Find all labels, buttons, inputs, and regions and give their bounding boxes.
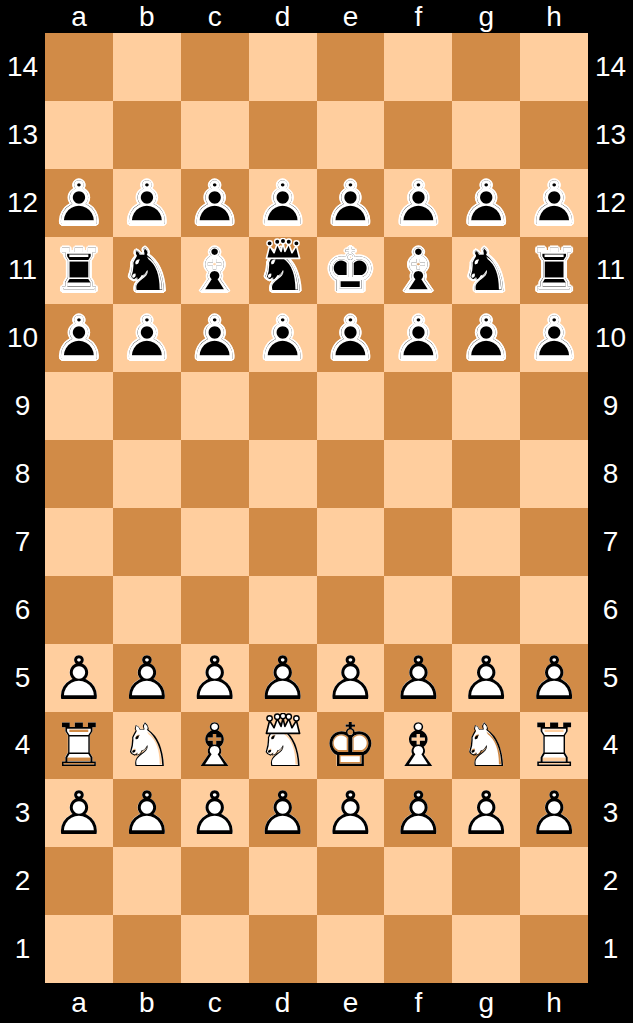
square-a12[interactable]: ♟♙	[45, 169, 113, 237]
piece-glyph-outline: ♙	[459, 783, 513, 843]
square-e1[interactable]	[317, 915, 385, 983]
square-e6[interactable]	[317, 576, 385, 644]
square-b14[interactable]	[113, 33, 181, 101]
piece-white-bishop: ♝♗	[391, 715, 445, 775]
piece-black-rook: ♜♖	[527, 240, 581, 300]
piece-white-pawn: ♟♙	[256, 648, 310, 708]
square-c10[interactable]: ♟♙	[181, 304, 249, 372]
piece-glyph-outline: ♙	[324, 173, 378, 233]
rank-label-left-3: 3	[0, 779, 45, 847]
piece-black-bishop: ♝♗	[188, 240, 242, 300]
piece-glyph-outline: ♘	[459, 240, 513, 300]
square-e2[interactable]	[317, 847, 385, 915]
square-b5[interactable]: ♟♙	[113, 644, 181, 712]
square-a11[interactable]: ♜♖	[45, 237, 113, 305]
file-label-bottom-a: a	[45, 983, 113, 1023]
rank-label-left-2: 2	[0, 847, 45, 915]
square-d7[interactable]	[249, 508, 317, 576]
piece-black-pawn: ♟♙	[188, 308, 242, 368]
file-label-bottom-e: e	[317, 983, 385, 1023]
square-f12[interactable]: ♟♙	[384, 169, 452, 237]
rank-label-left-14: 14	[0, 33, 45, 101]
square-c8[interactable]	[181, 440, 249, 508]
piece-white-pawn: ♟♙	[120, 783, 174, 843]
piece-glyph-outline: ♙	[391, 783, 445, 843]
rank-label-left-7: 7	[0, 508, 45, 576]
rank-label-left-4: 4	[0, 712, 45, 780]
piece-white-pawn: ♟♙	[52, 783, 106, 843]
rank-label-right-4: 4	[588, 712, 633, 780]
file-label-top-d: d	[249, 0, 317, 33]
square-e4[interactable]: ♚♔	[317, 712, 385, 780]
piece-white-king: ♚♔	[324, 715, 378, 775]
square-h5[interactable]: ♟♙	[520, 644, 588, 712]
square-g1[interactable]	[452, 915, 520, 983]
square-g3[interactable]: ♟♙	[452, 779, 520, 847]
square-f5[interactable]: ♟♙	[384, 644, 452, 712]
piece-glyph-outline: ♘	[256, 240, 310, 300]
square-h12[interactable]: ♟♙	[520, 169, 588, 237]
square-e9[interactable]	[317, 372, 385, 440]
piece-glyph-outline: ♖	[52, 240, 106, 300]
square-c7[interactable]	[181, 508, 249, 576]
piece-black-pawn: ♟♙	[120, 173, 174, 233]
piece-glyph-outline: ♙	[459, 308, 513, 368]
square-b4[interactable]: ♞♘	[113, 712, 181, 780]
piece-glyph-outline: ♖	[527, 240, 581, 300]
piece-white-pawn: ♟♙	[324, 648, 378, 708]
piece-glyph-outline: ♙	[120, 308, 174, 368]
square-h3[interactable]: ♟♙	[520, 779, 588, 847]
rank-label-right-11: 11	[588, 237, 633, 305]
piece-white-pawn: ♟♙	[527, 783, 581, 843]
square-e14[interactable]	[317, 33, 385, 101]
piece-glyph-outline: ♘	[459, 715, 513, 775]
square-a8[interactable]	[45, 440, 113, 508]
piece-white-rook: ♜♖	[52, 715, 106, 775]
square-f13[interactable]	[384, 101, 452, 169]
piece-black-pawn: ♟♙	[52, 308, 106, 368]
square-a13[interactable]	[45, 101, 113, 169]
square-c4[interactable]: ♝♗	[181, 712, 249, 780]
rank-label-right-2: 2	[588, 847, 633, 915]
piece-white-pawn: ♟♙	[459, 783, 513, 843]
piece-black-bishop: ♝♗	[391, 240, 445, 300]
piece-glyph-outline: ♙	[324, 648, 378, 708]
square-h7[interactable]	[520, 508, 588, 576]
rank-label-left-10: 10	[0, 304, 45, 372]
rank-label-right-8: 8	[588, 440, 633, 508]
square-d3[interactable]: ♟♙	[249, 779, 317, 847]
piece-glyph-outline: ♙	[120, 173, 174, 233]
piece-glyph-outline: ♙	[391, 308, 445, 368]
square-f8[interactable]	[384, 440, 452, 508]
square-b7[interactable]	[113, 508, 181, 576]
square-g4[interactable]: ♞♘	[452, 712, 520, 780]
square-e11[interactable]: ♚♔	[317, 237, 385, 305]
piece-glyph-outline: ♗	[188, 240, 242, 300]
square-h2[interactable]	[520, 847, 588, 915]
rank-label-right-6: 6	[588, 576, 633, 644]
rank-label-right-1: 1	[588, 915, 633, 983]
piece-black-pawn: ♟♙	[188, 173, 242, 233]
square-a10[interactable]: ♟♙	[45, 304, 113, 372]
chess-diagram: abcdefgh abcdefgh 1413121110987654321 14…	[0, 0, 633, 1023]
square-c12[interactable]: ♟♙	[181, 169, 249, 237]
piece-black-pawn: ♟♙	[459, 173, 513, 233]
piece-black-king: ♚♔	[324, 240, 378, 300]
square-f10[interactable]: ♟♙	[384, 304, 452, 372]
piece-glyph-outline: ♔	[324, 715, 378, 775]
piece-black-pawn: ♟♙	[324, 173, 378, 233]
square-e10[interactable]: ♟♙	[317, 304, 385, 372]
square-c5[interactable]: ♟♙	[181, 644, 249, 712]
file-labels-bottom: abcdefgh	[45, 983, 588, 1023]
square-g6[interactable]	[452, 576, 520, 644]
piece-white-pawn: ♟♙	[324, 783, 378, 843]
piece-white-pawn: ♟♙	[391, 648, 445, 708]
piece-glyph-outline: ♙	[391, 173, 445, 233]
piece-white-pawn: ♟♙	[52, 648, 106, 708]
piece-white-pawn: ♟♙	[188, 648, 242, 708]
piece-black-pawn: ♟♙	[256, 308, 310, 368]
piece-glyph-outline: ♙	[256, 308, 310, 368]
square-d4[interactable]: ♞♘	[249, 712, 317, 780]
piece-glyph-outline: ♙	[256, 173, 310, 233]
square-h10[interactable]: ♟♙	[520, 304, 588, 372]
piece-glyph-outline: ♙	[120, 783, 174, 843]
piece-white-pawn: ♟♙	[120, 648, 174, 708]
square-g11[interactable]: ♞♘	[452, 237, 520, 305]
rank-label-right-9: 9	[588, 372, 633, 440]
square-d5[interactable]: ♟♙	[249, 644, 317, 712]
square-b3[interactable]: ♟♙	[113, 779, 181, 847]
piece-glyph-outline: ♙	[52, 308, 106, 368]
square-h6[interactable]	[520, 576, 588, 644]
rank-labels-right: 1413121110987654321	[588, 33, 633, 983]
square-f4[interactable]: ♝♗	[384, 712, 452, 780]
square-a5[interactable]: ♟♙	[45, 644, 113, 712]
square-a6[interactable]	[45, 576, 113, 644]
rank-labels-left: 1413121110987654321	[0, 33, 45, 983]
file-label-top-c: c	[181, 0, 249, 33]
square-f2[interactable]	[384, 847, 452, 915]
file-labels-top: abcdefgh	[45, 0, 588, 33]
square-c14[interactable]	[181, 33, 249, 101]
square-b12[interactable]: ♟♙	[113, 169, 181, 237]
square-b6[interactable]	[113, 576, 181, 644]
square-f6[interactable]	[384, 576, 452, 644]
piece-black-pawn: ♟♙	[256, 173, 310, 233]
square-b2[interactable]	[113, 847, 181, 915]
square-c9[interactable]	[181, 372, 249, 440]
rank-label-right-12: 12	[588, 169, 633, 237]
square-h11[interactable]: ♜♖	[520, 237, 588, 305]
square-d14[interactable]	[249, 33, 317, 101]
piece-glyph-outline: ♙	[527, 783, 581, 843]
square-d11[interactable]: ♞♘	[249, 237, 317, 305]
rank-label-left-8: 8	[0, 440, 45, 508]
rank-label-left-11: 11	[0, 237, 45, 305]
piece-glyph-outline: ♙	[527, 648, 581, 708]
square-a7[interactable]	[45, 508, 113, 576]
file-label-bottom-d: d	[249, 983, 317, 1023]
square-c3[interactable]: ♟♙	[181, 779, 249, 847]
piece-glyph-outline: ♙	[188, 308, 242, 368]
square-f7[interactable]	[384, 508, 452, 576]
file-label-top-g: g	[452, 0, 520, 33]
piece-white-bishop: ♝♗	[188, 715, 242, 775]
square-d6[interactable]	[249, 576, 317, 644]
file-label-top-b: b	[113, 0, 181, 33]
piece-glyph-outline: ♙	[256, 648, 310, 708]
piece-glyph-outline: ♙	[120, 648, 174, 708]
piece-white-pawn: ♟♙	[459, 648, 513, 708]
square-d1[interactable]	[249, 915, 317, 983]
piece-glyph-outline: ♙	[256, 783, 310, 843]
square-b11[interactable]: ♞♘	[113, 237, 181, 305]
piece-glyph-outline: ♙	[324, 783, 378, 843]
square-g13[interactable]	[452, 101, 520, 169]
chessboard: ♟♙♟♙♟♙♟♙♟♙♟♙♟♙♟♙♜♖♞♘♝♗♞♘♚♔♝♗♞♘♜♖♟♙♟♙♟♙♟♙…	[45, 33, 588, 983]
square-g2[interactable]	[452, 847, 520, 915]
piece-glyph-outline: ♙	[188, 173, 242, 233]
square-g12[interactable]: ♟♙	[452, 169, 520, 237]
file-label-top-e: e	[317, 0, 385, 33]
rank-label-right-5: 5	[588, 644, 633, 712]
square-c11[interactable]: ♝♗	[181, 237, 249, 305]
piece-black-knight: ♞♘	[120, 240, 174, 300]
square-e8[interactable]	[317, 440, 385, 508]
piece-glyph-outline: ♗	[391, 240, 445, 300]
piece-glyph-outline: ♘	[120, 715, 174, 775]
square-f3[interactable]: ♟♙	[384, 779, 452, 847]
piece-white-knight: ♞♘	[120, 715, 174, 775]
square-g7[interactable]	[452, 508, 520, 576]
rank-label-left-13: 13	[0, 101, 45, 169]
square-a3[interactable]: ♟♙	[45, 779, 113, 847]
rank-label-left-9: 9	[0, 372, 45, 440]
square-c6[interactable]	[181, 576, 249, 644]
square-d10[interactable]: ♟♙	[249, 304, 317, 372]
square-a9[interactable]	[45, 372, 113, 440]
square-h1[interactable]	[520, 915, 588, 983]
square-a14[interactable]	[45, 33, 113, 101]
piece-black-pawn: ♟♙	[52, 173, 106, 233]
square-b10[interactable]: ♟♙	[113, 304, 181, 372]
piece-white-amazon: ♞♘	[256, 715, 310, 775]
piece-glyph-outline: ♙	[52, 783, 106, 843]
file-label-top-f: f	[384, 0, 452, 33]
rank-label-right-7: 7	[588, 508, 633, 576]
rank-label-right-10: 10	[588, 304, 633, 372]
square-g14[interactable]	[452, 33, 520, 101]
square-b13[interactable]	[113, 101, 181, 169]
square-f9[interactable]	[384, 372, 452, 440]
piece-glyph-outline: ♙	[188, 648, 242, 708]
piece-black-pawn: ♟♙	[459, 308, 513, 368]
piece-glyph-outline: ♙	[459, 648, 513, 708]
file-label-bottom-f: f	[384, 983, 452, 1023]
piece-white-pawn: ♟♙	[527, 648, 581, 708]
rank-label-left-6: 6	[0, 576, 45, 644]
piece-black-pawn: ♟♙	[324, 308, 378, 368]
square-d13[interactable]	[249, 101, 317, 169]
square-d9[interactable]	[249, 372, 317, 440]
square-g8[interactable]	[452, 440, 520, 508]
piece-glyph-outline: ♙	[391, 648, 445, 708]
piece-white-pawn: ♟♙	[256, 783, 310, 843]
square-g10[interactable]: ♟♙	[452, 304, 520, 372]
square-a4[interactable]: ♜♖	[45, 712, 113, 780]
piece-glyph-outline: ♘	[256, 715, 310, 775]
piece-glyph-outline: ♙	[324, 308, 378, 368]
file-label-bottom-h: h	[520, 983, 588, 1023]
piece-glyph-outline: ♙	[527, 173, 581, 233]
rank-label-left-5: 5	[0, 644, 45, 712]
piece-glyph-outline: ♙	[188, 783, 242, 843]
square-d12[interactable]: ♟♙	[249, 169, 317, 237]
rank-label-right-13: 13	[588, 101, 633, 169]
square-f1[interactable]	[384, 915, 452, 983]
square-f11[interactable]: ♝♗	[384, 237, 452, 305]
square-f14[interactable]	[384, 33, 452, 101]
piece-glyph-outline: ♙	[527, 308, 581, 368]
piece-glyph-outline: ♘	[120, 240, 174, 300]
square-h13[interactable]	[520, 101, 588, 169]
piece-glyph-outline: ♔	[324, 240, 378, 300]
piece-glyph-outline: ♗	[391, 715, 445, 775]
square-a2[interactable]	[45, 847, 113, 915]
square-c1[interactable]	[181, 915, 249, 983]
square-b9[interactable]	[113, 372, 181, 440]
piece-glyph-outline: ♖	[52, 715, 106, 775]
piece-white-knight: ♞♘	[459, 715, 513, 775]
square-e13[interactable]	[317, 101, 385, 169]
square-h9[interactable]	[520, 372, 588, 440]
piece-black-rook: ♜♖	[52, 240, 106, 300]
piece-glyph-outline: ♗	[188, 715, 242, 775]
square-c13[interactable]	[181, 101, 249, 169]
square-g9[interactable]	[452, 372, 520, 440]
square-b8[interactable]	[113, 440, 181, 508]
square-h8[interactable]	[520, 440, 588, 508]
piece-black-pawn: ♟♙	[391, 308, 445, 368]
rank-label-right-3: 3	[588, 779, 633, 847]
square-e3[interactable]: ♟♙	[317, 779, 385, 847]
file-label-top-h: h	[520, 0, 588, 33]
square-h14[interactable]	[520, 33, 588, 101]
square-b1[interactable]	[113, 915, 181, 983]
file-label-bottom-c: c	[181, 983, 249, 1023]
square-e12[interactable]: ♟♙	[317, 169, 385, 237]
piece-black-pawn: ♟♙	[391, 173, 445, 233]
square-c2[interactable]	[181, 847, 249, 915]
piece-glyph-outline: ♖	[527, 715, 581, 775]
piece-glyph-outline: ♙	[52, 173, 106, 233]
rank-label-right-14: 14	[588, 33, 633, 101]
square-a1[interactable]	[45, 915, 113, 983]
square-g5[interactable]: ♟♙	[452, 644, 520, 712]
square-h4[interactable]: ♜♖	[520, 712, 588, 780]
square-d8[interactable]	[249, 440, 317, 508]
piece-black-pawn: ♟♙	[120, 308, 174, 368]
piece-white-rook: ♜♖	[527, 715, 581, 775]
piece-black-knight: ♞♘	[459, 240, 513, 300]
square-e7[interactable]	[317, 508, 385, 576]
file-label-top-a: a	[45, 0, 113, 33]
rank-label-left-12: 12	[0, 169, 45, 237]
piece-glyph-outline: ♙	[52, 648, 106, 708]
rank-label-left-1: 1	[0, 915, 45, 983]
square-d2[interactable]	[249, 847, 317, 915]
piece-white-pawn: ♟♙	[391, 783, 445, 843]
piece-white-pawn: ♟♙	[188, 783, 242, 843]
piece-black-pawn: ♟♙	[527, 173, 581, 233]
piece-glyph-outline: ♙	[459, 173, 513, 233]
piece-black-amazon: ♞♘	[256, 240, 310, 300]
file-label-bottom-g: g	[452, 983, 520, 1023]
square-e5[interactable]: ♟♙	[317, 644, 385, 712]
piece-black-pawn: ♟♙	[527, 308, 581, 368]
file-label-bottom-b: b	[113, 983, 181, 1023]
